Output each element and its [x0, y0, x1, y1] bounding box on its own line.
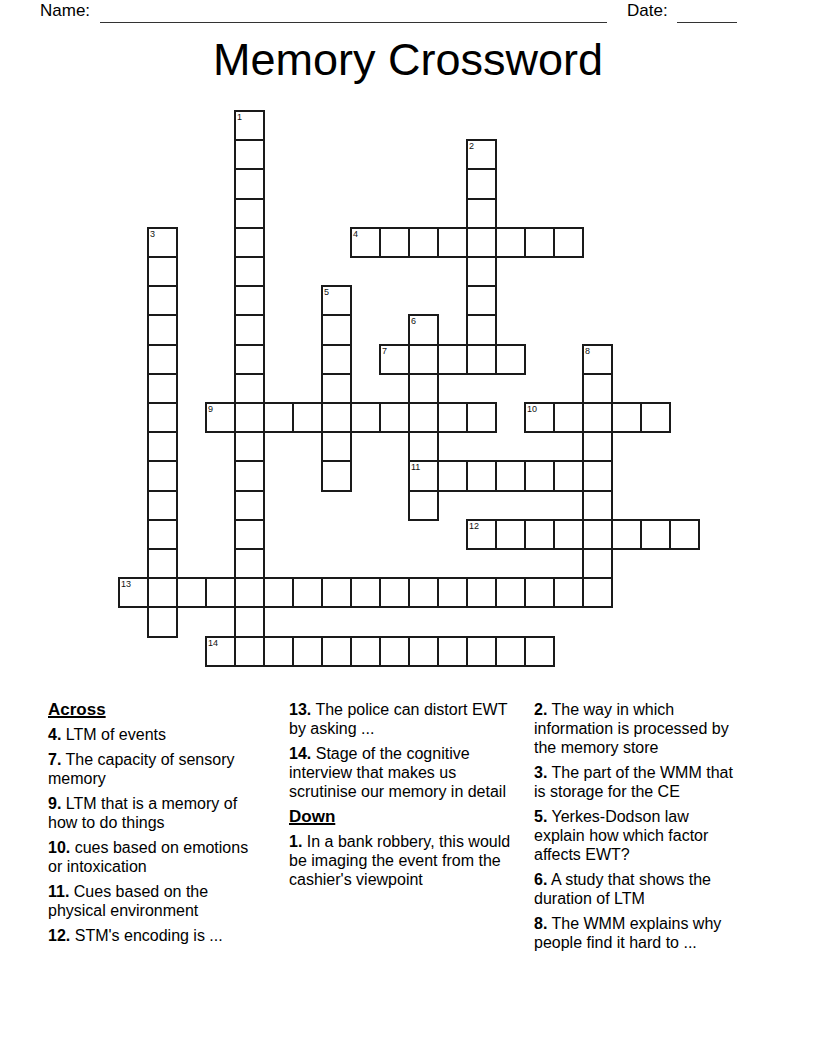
grid-cell-r10c12[interactable] — [466, 402, 497, 433]
cell-number: 13 — [121, 579, 131, 589]
grid-cell-r13c4[interactable] — [234, 490, 265, 521]
clue-number: 5. — [534, 808, 547, 825]
grid-cell-r4c13[interactable] — [495, 227, 526, 258]
grid-cell-r16c15[interactable] — [553, 577, 584, 608]
crossword-grid: 1234567891011121314 — [118, 110, 702, 668]
clue-down-6: 6. A study that shows the duration of LT… — [534, 870, 739, 908]
grid-cell-r16c16[interactable] — [582, 577, 613, 608]
grid-cell-r18c5[interactable] — [263, 636, 294, 667]
grid-cell-r16c13[interactable] — [495, 577, 526, 608]
grid-cell-r11c10[interactable] — [408, 431, 439, 462]
grid-cell-r10c8[interactable] — [350, 402, 381, 433]
grid-cell-r7c12[interactable] — [466, 314, 497, 345]
grid-cell-r5c12[interactable] — [466, 256, 497, 287]
grid-cell-r12c4[interactable] — [234, 460, 265, 491]
grid-cell-r0c4[interactable]: 1 — [234, 110, 265, 141]
grid-cell-r11c16[interactable] — [582, 431, 613, 462]
grid-cell-r1c12[interactable]: 2 — [466, 139, 497, 170]
cell-number: 10 — [527, 404, 537, 414]
clue-down-5: 5. Yerkes-Dodson law explain how which f… — [534, 807, 739, 864]
grid-cell-r4c1[interactable]: 3 — [147, 227, 178, 258]
grid-cell-r12c15[interactable] — [553, 460, 584, 491]
clue-number: 14. — [289, 745, 311, 762]
cell-number: 2 — [469, 141, 474, 151]
grid-cell-r12c1[interactable] — [147, 460, 178, 491]
clue-text: Stage of the cognitive interview that ma… — [289, 745, 506, 800]
grid-cell-r9c10[interactable] — [408, 373, 439, 404]
grid-cell-r16c3[interactable] — [205, 577, 236, 608]
name-label: Name: — [40, 1, 90, 21]
grid-cell-r4c15[interactable] — [553, 227, 584, 258]
grid-cell-r4c8[interactable]: 4 — [350, 227, 381, 258]
grid-cell-r7c1[interactable] — [147, 314, 178, 345]
clues-column-1: Across 4. LTM of events 7. The capacity … — [48, 700, 263, 951]
grid-cell-r4c10[interactable] — [408, 227, 439, 258]
grid-cell-r14c16[interactable] — [582, 519, 613, 550]
clues-column-2: 13. The police can distort EWT by asking… — [289, 700, 511, 895]
grid-cell-r16c14[interactable] — [524, 577, 555, 608]
grid-cell-r13c1[interactable] — [147, 490, 178, 521]
grid-cell-r16c12[interactable] — [466, 577, 497, 608]
grid-cell-r8c1[interactable] — [147, 344, 178, 375]
clue-across-11: 11. Cues based on the physical environme… — [48, 882, 263, 920]
grid-cell-r16c0[interactable]: 13 — [118, 577, 149, 608]
grid-cell-r13c10[interactable] — [408, 490, 439, 521]
grid-cell-r6c4[interactable] — [234, 285, 265, 316]
grid-cell-r8c7[interactable] — [321, 344, 352, 375]
grid-cell-r11c4[interactable] — [234, 431, 265, 462]
clue-number: 10. — [48, 839, 70, 856]
clue-number: 11. — [48, 883, 69, 900]
grid-cell-r9c16[interactable] — [582, 373, 613, 404]
clue-across-7: 7. The capacity of sensory memory — [48, 750, 263, 788]
clue-number: 8. — [534, 915, 547, 932]
grid-cell-r5c4[interactable] — [234, 256, 265, 287]
clue-down-3: 3. The part of the WMM that is storage f… — [534, 763, 739, 801]
grid-cell-r7c7[interactable] — [321, 314, 352, 345]
grid-cell-r14c12[interactable]: 12 — [466, 519, 497, 550]
grid-cell-r14c4[interactable] — [234, 519, 265, 550]
grid-cell-r12c12[interactable] — [466, 460, 497, 491]
grid-cell-r10c18[interactable] — [640, 402, 671, 433]
grid-cell-r10c9[interactable] — [379, 402, 410, 433]
date-input-line[interactable] — [677, 2, 737, 23]
clue-number: 4. — [48, 726, 61, 743]
grid-cell-r7c10[interactable]: 6 — [408, 314, 439, 345]
name-input-line[interactable] — [100, 2, 607, 23]
grid-cell-r12c16[interactable] — [582, 460, 613, 491]
clue-down-1: 1. In a bank robbery, this would be imag… — [289, 832, 511, 889]
clue-down-2: 2. The way in which information is proce… — [534, 700, 739, 757]
grid-cell-r18c14[interactable] — [524, 636, 555, 667]
cell-number: 12 — [469, 521, 479, 531]
grid-cell-r16c5[interactable] — [263, 577, 294, 608]
grid-cell-r18c9[interactable] — [379, 636, 410, 667]
grid-cell-r16c8[interactable] — [350, 577, 381, 608]
grid-cell-r3c12[interactable] — [466, 198, 497, 229]
clue-across-13: 13. The police can distort EWT by asking… — [289, 700, 511, 738]
cell-number: 1 — [237, 112, 242, 122]
grid-cell-r8c9[interactable]: 7 — [379, 344, 410, 375]
grid-cell-r4c12[interactable] — [466, 227, 497, 258]
cell-number: 11 — [411, 462, 420, 472]
clue-number: 3. — [534, 764, 547, 781]
clue-text: In a bank robbery, this would be imaging… — [289, 833, 510, 888]
clue-text: A study that shows the duration of LTM — [534, 871, 711, 907]
grid-cell-r8c11[interactable] — [437, 344, 468, 375]
grid-cell-r12c7[interactable] — [321, 460, 352, 491]
grid-cell-r16c2[interactable] — [176, 577, 207, 608]
grid-cell-r18c11[interactable] — [437, 636, 468, 667]
grid-cell-r10c1[interactable] — [147, 402, 178, 433]
clue-number: 12. — [48, 927, 70, 944]
grid-cell-r1c4[interactable] — [234, 139, 265, 170]
grid-cell-r4c11[interactable] — [437, 227, 468, 258]
grid-cell-r14c15[interactable] — [553, 519, 584, 550]
grid-cell-r14c18[interactable] — [640, 519, 671, 550]
clue-across-12: 12. STM's encoding is ... — [48, 926, 263, 945]
clue-across-4: 4. LTM of events — [48, 725, 263, 744]
grid-cell-r15c4[interactable] — [234, 548, 265, 579]
grid-cell-r4c14[interactable] — [524, 227, 555, 258]
grid-cell-r9c1[interactable] — [147, 373, 178, 404]
clue-text: The WMM explains why people find it hard… — [534, 915, 721, 951]
clue-text: The way in which information is processe… — [534, 701, 729, 756]
cell-number: 7 — [382, 346, 387, 356]
clue-number: 9. — [48, 795, 61, 812]
grid-cell-r18c7[interactable] — [321, 636, 352, 667]
grid-cell-r14c19[interactable] — [669, 519, 700, 550]
grid-cell-r10c4[interactable] — [234, 402, 265, 433]
date-label: Date: — [627, 1, 668, 21]
grid-cell-r18c3[interactable]: 14 — [205, 636, 236, 667]
clue-text: The part of the WMM that is storage for … — [534, 764, 733, 800]
cell-number: 14 — [208, 638, 218, 648]
clue-down-8: 8. The WMM explains why people find it h… — [534, 914, 739, 952]
grid-cell-r16c4[interactable] — [234, 577, 265, 608]
grid-cell-r16c9[interactable] — [379, 577, 410, 608]
grid-cell-r12c14[interactable] — [524, 460, 555, 491]
clues-column-3: 2. The way in which information is proce… — [534, 700, 739, 958]
grid-cell-r18c13[interactable] — [495, 636, 526, 667]
grid-cell-r18c12[interactable] — [466, 636, 497, 667]
grid-cell-r12c13[interactable] — [495, 460, 526, 491]
grid-cell-r16c6[interactable] — [292, 577, 323, 608]
grid-cell-r4c4[interactable] — [234, 227, 265, 258]
clue-text: STM's encoding is ... — [75, 927, 223, 944]
clue-text: LTM that is a memory of how to do things — [48, 795, 237, 831]
clue-number: 6. — [534, 871, 547, 888]
clue-number: 7. — [48, 751, 61, 768]
clue-across-9: 9. LTM that is a memory of how to do thi… — [48, 794, 263, 832]
grid-cell-r18c4[interactable] — [234, 636, 265, 667]
cell-number: 4 — [353, 229, 358, 239]
clue-across-10: 10. cues based on emotions or intoxicati… — [48, 838, 263, 876]
grid-cell-r8c10[interactable] — [408, 344, 439, 375]
grid-cell-r10c14[interactable]: 10 — [524, 402, 555, 433]
grid-cell-r14c13[interactable] — [495, 519, 526, 550]
cell-number: 5 — [324, 287, 329, 297]
grid-cell-r17c1[interactable] — [147, 606, 178, 637]
grid-cell-r16c11[interactable] — [437, 577, 468, 608]
clue-number: 1. — [289, 833, 302, 850]
grid-cell-r8c12[interactable] — [466, 344, 497, 375]
clue-text: The capacity of sensory memory — [48, 751, 234, 787]
grid-cell-r10c15[interactable] — [553, 402, 584, 433]
across-heading: Across — [48, 700, 263, 719]
clue-text: LTM of events — [66, 726, 166, 743]
clue-number: 13. — [289, 701, 311, 718]
grid-cell-r8c13[interactable] — [495, 344, 526, 375]
grid-cell-r10c6[interactable] — [292, 402, 323, 433]
page-title: Memory Crossword — [0, 34, 816, 86]
grid-cell-r14c1[interactable] — [147, 519, 178, 550]
grid-cell-r10c10[interactable] — [408, 402, 439, 433]
grid-cell-r13c16[interactable] — [582, 490, 613, 521]
clue-text: The police can distort EWT by asking ... — [289, 701, 507, 737]
clue-text: Yerkes-Dodson law explain how which fact… — [534, 808, 708, 863]
grid-cell-r2c4[interactable] — [234, 168, 265, 199]
grid-cell-r10c16[interactable] — [582, 402, 613, 433]
grid-cell-r10c5[interactable] — [263, 402, 294, 433]
grid-cell-r6c12[interactable] — [466, 285, 497, 316]
grid-cell-r9c4[interactable] — [234, 373, 265, 404]
cell-number: 8 — [585, 346, 590, 356]
grid-cell-r18c10[interactable] — [408, 636, 439, 667]
grid-cell-r7c4[interactable] — [234, 314, 265, 345]
grid-cell-r10c11[interactable] — [437, 402, 468, 433]
clue-text: Cues based on the physical environment — [48, 883, 208, 919]
grid-cell-r17c4[interactable] — [234, 606, 265, 637]
grid-cell-r11c1[interactable] — [147, 431, 178, 462]
grid-cell-r8c4[interactable] — [234, 344, 265, 375]
grid-cell-r8c16[interactable]: 8 — [582, 344, 613, 375]
grid-cell-r2c12[interactable] — [466, 168, 497, 199]
worksheet-page: Name: Date: Memory Crossword 12345678910… — [0, 0, 816, 1056]
grid-cell-r10c3[interactable]: 9 — [205, 402, 236, 433]
clue-number: 2. — [534, 701, 547, 718]
grid-cell-r9c7[interactable] — [321, 373, 352, 404]
grid-cell-r14c17[interactable] — [611, 519, 642, 550]
grid-cell-r15c1[interactable] — [147, 548, 178, 579]
grid-cell-r3c4[interactable] — [234, 198, 265, 229]
grid-cell-r15c16[interactable] — [582, 548, 613, 579]
grid-cell-r18c8[interactable] — [350, 636, 381, 667]
grid-cell-r12c11[interactable] — [437, 460, 468, 491]
cell-number: 3 — [150, 229, 155, 239]
down-heading: Down — [289, 807, 511, 826]
clue-across-14: 14. Stage of the cognitive interview tha… — [289, 744, 511, 801]
grid-cell-r16c1[interactable] — [147, 577, 178, 608]
grid-cell-r18c6[interactable] — [292, 636, 323, 667]
grid-cell-r16c7[interactable] — [321, 577, 352, 608]
cell-number: 9 — [208, 404, 213, 414]
grid-cell-r14c14[interactable] — [524, 519, 555, 550]
grid-cell-r11c7[interactable] — [321, 431, 352, 462]
grid-cell-r5c1[interactable] — [147, 256, 178, 287]
grid-cell-r12c10[interactable]: 11 — [408, 460, 439, 491]
clue-text: cues based on emotions or intoxication — [48, 839, 248, 875]
grid-cell-r10c17[interactable] — [611, 402, 642, 433]
grid-cell-r6c7[interactable]: 5 — [321, 285, 352, 316]
grid-cell-r10c7[interactable] — [321, 402, 352, 433]
grid-cell-r6c1[interactable] — [147, 285, 178, 316]
grid-cell-r16c10[interactable] — [408, 577, 439, 608]
cell-number: 6 — [411, 316, 416, 326]
grid-cell-r4c9[interactable] — [379, 227, 410, 258]
